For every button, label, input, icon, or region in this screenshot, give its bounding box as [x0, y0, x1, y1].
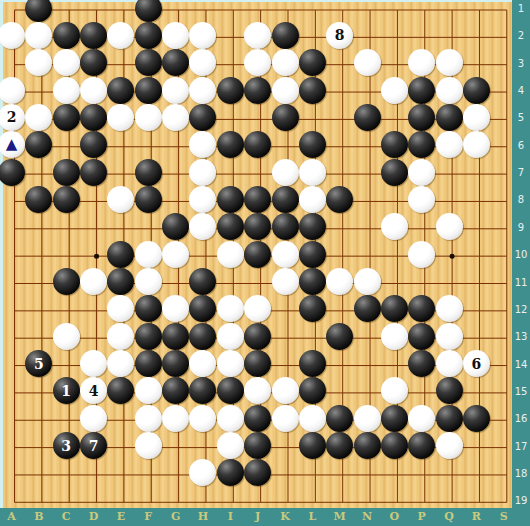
column-label: N — [362, 510, 372, 523]
white-stone: 8 — [326, 22, 353, 49]
black-stone — [272, 213, 299, 240]
column-label: H — [198, 510, 208, 523]
white-stone — [436, 49, 463, 76]
row-label: 18 — [515, 467, 528, 478]
black-stone: 1 — [53, 377, 80, 404]
white-stone — [0, 22, 25, 49]
white-stone — [80, 77, 107, 104]
white-stone — [354, 49, 381, 76]
white-stone — [135, 405, 162, 432]
move-number: 5 — [34, 357, 44, 371]
white-stone — [463, 104, 490, 131]
black-stone — [244, 241, 271, 268]
row-coordinates: 12345678910111213141516171819 — [512, 0, 530, 508]
white-stone — [299, 405, 326, 432]
row-label: 13 — [515, 331, 528, 342]
black-stone — [272, 22, 299, 49]
white-stone — [299, 159, 326, 186]
move-number: 6 — [472, 357, 482, 371]
white-stone — [272, 49, 299, 76]
go-game-window: 82▲561437 ABCDEFGHIJKLMNOPQRS 1234567891… — [0, 0, 530, 526]
white-stone — [162, 241, 189, 268]
black-stone — [80, 159, 107, 186]
white-stone — [162, 104, 189, 131]
white-stone — [135, 377, 162, 404]
black-stone — [354, 432, 381, 459]
row-label: 2 — [518, 30, 524, 41]
white-stone — [80, 350, 107, 377]
black-stone — [354, 104, 381, 131]
black-stone: 7 — [80, 432, 107, 459]
triangle-marker: ▲ — [6, 137, 18, 152]
black-stone — [217, 186, 244, 213]
black-stone — [326, 405, 353, 432]
black-stone — [299, 432, 326, 459]
white-stone — [244, 22, 271, 49]
column-label: I — [228, 510, 233, 523]
black-stone — [436, 104, 463, 131]
black-stone — [354, 295, 381, 322]
white-stone — [272, 268, 299, 295]
column-coordinates: ABCDEFGHIJKLMNOPQRS — [0, 508, 530, 526]
black-stone — [326, 323, 353, 350]
row-label: 12 — [515, 303, 528, 314]
column-label: R — [472, 510, 481, 523]
white-stone — [408, 186, 435, 213]
black-stone — [217, 213, 244, 240]
white-stone — [80, 405, 107, 432]
black-stone — [135, 22, 162, 49]
black-stone — [436, 405, 463, 432]
column-label: F — [144, 510, 152, 523]
white-stone: 6 — [463, 350, 490, 377]
white-stone — [107, 323, 134, 350]
black-stone — [80, 104, 107, 131]
white-stone — [436, 323, 463, 350]
white-stone — [436, 77, 463, 104]
black-stone — [0, 159, 25, 186]
white-stone — [53, 323, 80, 350]
white-stone — [436, 432, 463, 459]
white-stone — [189, 405, 216, 432]
black-stone — [217, 77, 244, 104]
white-stone — [162, 77, 189, 104]
row-label: 9 — [518, 221, 524, 232]
black-stone — [135, 49, 162, 76]
white-stone — [135, 268, 162, 295]
black-stone — [244, 405, 271, 432]
black-stone — [162, 323, 189, 350]
black-stone — [463, 405, 490, 432]
white-stone — [189, 77, 216, 104]
black-stone — [162, 350, 189, 377]
black-stone — [53, 186, 80, 213]
black-stone — [53, 22, 80, 49]
row-label: 11 — [515, 276, 528, 287]
row-label: 15 — [515, 385, 528, 396]
black-stone: 3 — [53, 432, 80, 459]
white-stone — [217, 241, 244, 268]
white-stone — [381, 213, 408, 240]
row-label: 19 — [515, 495, 528, 506]
white-stone: 2 — [0, 104, 25, 131]
white-stone — [354, 268, 381, 295]
black-stone — [299, 268, 326, 295]
white-stone — [272, 377, 299, 404]
black-stone — [107, 77, 134, 104]
black-stone — [408, 77, 435, 104]
row-label: 1 — [518, 3, 524, 14]
white-stone — [217, 323, 244, 350]
white-stone — [217, 295, 244, 322]
black-stone — [299, 295, 326, 322]
black-stone — [217, 131, 244, 158]
black-stone — [299, 241, 326, 268]
black-stone — [189, 323, 216, 350]
white-stone — [217, 405, 244, 432]
black-stone — [272, 186, 299, 213]
white-stone — [53, 77, 80, 104]
black-stone — [80, 22, 107, 49]
column-label: J — [255, 510, 260, 523]
black-stone — [381, 131, 408, 158]
white-stone — [436, 350, 463, 377]
black-stone — [135, 350, 162, 377]
black-stone — [299, 213, 326, 240]
white-stone — [135, 241, 162, 268]
column-label: A — [7, 510, 16, 523]
row-label: 14 — [515, 358, 528, 369]
column-label: E — [117, 510, 125, 523]
white-stone — [272, 241, 299, 268]
column-label: M — [334, 510, 346, 523]
white-stone — [408, 405, 435, 432]
white-stone — [436, 131, 463, 158]
white-stone — [217, 350, 244, 377]
black-stone — [299, 49, 326, 76]
white-stone — [272, 159, 299, 186]
black-stone — [244, 77, 271, 104]
white-stone — [354, 405, 381, 432]
black-stone — [408, 104, 435, 131]
white-stone — [381, 77, 408, 104]
black-stone — [53, 268, 80, 295]
white-stone — [326, 268, 353, 295]
column-label: K — [280, 510, 290, 523]
white-stone — [408, 159, 435, 186]
column-label: D — [89, 510, 99, 523]
column-label: L — [308, 510, 316, 523]
white-stone — [436, 295, 463, 322]
black-stone — [135, 159, 162, 186]
black-stone — [299, 131, 326, 158]
white-stone — [408, 241, 435, 268]
white-stone — [217, 432, 244, 459]
star-point — [94, 254, 99, 259]
white-stone — [272, 77, 299, 104]
row-label: 6 — [518, 139, 524, 150]
white-stone — [162, 405, 189, 432]
row-label: 3 — [518, 57, 524, 68]
row-label: 8 — [518, 194, 524, 205]
white-stone — [436, 213, 463, 240]
white-stone — [53, 49, 80, 76]
column-label: G — [171, 510, 180, 523]
move-number: 1 — [61, 384, 71, 398]
column-label: B — [34, 510, 43, 523]
move-number: 4 — [89, 384, 99, 398]
column-label: C — [62, 510, 71, 523]
black-stone — [135, 0, 162, 22]
row-label: 17 — [515, 440, 528, 451]
white-stone — [162, 22, 189, 49]
white-stone — [272, 405, 299, 432]
black-stone — [408, 323, 435, 350]
black-stone — [53, 159, 80, 186]
black-stone — [135, 77, 162, 104]
black-stone — [381, 432, 408, 459]
black-stone — [436, 377, 463, 404]
black-stone — [244, 323, 271, 350]
white-stone — [299, 186, 326, 213]
black-stone — [244, 186, 271, 213]
white-stone — [0, 77, 25, 104]
white-stone — [135, 432, 162, 459]
black-stone — [135, 323, 162, 350]
row-label: 16 — [515, 413, 528, 424]
column-label: O — [390, 510, 400, 523]
black-stone — [135, 186, 162, 213]
white-stone — [80, 268, 107, 295]
move-number: 2 — [7, 110, 17, 124]
black-stone — [299, 350, 326, 377]
black-stone — [326, 186, 353, 213]
column-label: Q — [444, 510, 454, 523]
black-stone — [381, 159, 408, 186]
white-stone — [189, 159, 216, 186]
row-label: 10 — [515, 249, 528, 260]
star-point — [450, 254, 455, 259]
move-number: 8 — [335, 28, 345, 42]
black-stone — [217, 377, 244, 404]
black-stone — [272, 104, 299, 131]
column-label: S — [500, 510, 508, 523]
black-stone — [135, 295, 162, 322]
white-stone — [135, 104, 162, 131]
black-stone — [107, 241, 134, 268]
white-stone — [25, 22, 52, 49]
black-stone — [381, 405, 408, 432]
move-number: 3 — [61, 439, 71, 453]
column-label: P — [418, 510, 426, 523]
white-stone — [463, 131, 490, 158]
black-stone — [299, 77, 326, 104]
white-stone — [381, 323, 408, 350]
row-label: 5 — [518, 112, 524, 123]
move-number: 7 — [89, 439, 99, 453]
black-stone — [463, 77, 490, 104]
row-label: 4 — [518, 85, 524, 96]
black-stone — [53, 104, 80, 131]
black-stone — [244, 350, 271, 377]
row-label: 7 — [518, 167, 524, 178]
